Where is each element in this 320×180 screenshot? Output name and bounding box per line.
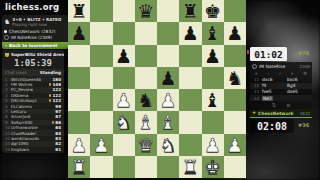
white-pawn: ♟: [93, 134, 110, 156]
move-nav-icon[interactable]: »: [290, 70, 293, 76]
black-bishop: ♝: [204, 22, 221, 44]
standing-row[interactable]: 7Letsuru97: [2, 109, 64, 114]
square-f3[interactable]: [179, 111, 201, 133]
white-bishop: ♝: [137, 111, 154, 133]
white-pawn: ♟: [71, 134, 88, 156]
black-pawn: ♟: [182, 22, 199, 44]
blitz-knight-icon: ♞: [4, 19, 10, 26]
tab-standing[interactable]: Standing: [40, 70, 61, 75]
streak-fire-icon: [52, 121, 55, 124]
trophy-icon: [5, 53, 9, 57]
red-marker: [247, 50, 249, 54]
standing-player: Letsuru: [11, 109, 55, 114]
standing-row[interactable]: 13dgr109082: [2, 141, 64, 146]
black-rook: ♜: [182, 0, 199, 22]
white-color-icon: [4, 30, 7, 33]
square-c8[interactable]: [113, 0, 135, 22]
black-player-line[interactable]: IM NateRise (2309): [4, 35, 66, 40]
square-f8[interactable]: ♜: [179, 0, 201, 22]
square-c7[interactable]: [113, 22, 135, 44]
streamer-star-icon: ★: [252, 111, 256, 115]
tournament-name[interactable]: SuperBlitz Shield Arena: [11, 52, 64, 57]
black-arena-rank: #78: [298, 50, 309, 56]
move-nav-icon[interactable]: ≡: [303, 70, 307, 76]
standing-player: ELCabrero: [11, 104, 55, 109]
black-pawn: ♟: [226, 22, 243, 44]
square-c2[interactable]: [113, 134, 135, 156]
square-h1[interactable]: [224, 156, 246, 178]
square-a7[interactable]: ♟: [68, 22, 90, 44]
lichess-logo[interactable]: lichess.org: [5, 2, 59, 12]
standing-score: 97: [55, 109, 61, 114]
standing-player: DKrishnboyz: [11, 98, 49, 103]
standing-row[interactable]: 11CruelRoader84: [2, 130, 64, 135]
black-bishop: ♝: [204, 89, 221, 111]
move-nav-icon[interactable]: «: [255, 70, 258, 76]
black-knight: ♞: [137, 89, 154, 111]
white-move[interactable]: f4: [261, 83, 286, 88]
square-g4[interactable]: ♝: [202, 89, 224, 111]
action-icons-bar[interactable]: ⇅≡: [250, 102, 312, 109]
standing-row[interactable]: 14Engibaro81: [2, 147, 64, 152]
square-b1[interactable]: [90, 156, 112, 178]
menu-icon[interactable]: ≡: [286, 102, 291, 108]
square-d3[interactable]: ♝: [135, 111, 157, 133]
standing-player: Engibaro: [11, 147, 55, 152]
standing-player: dgr1090: [11, 141, 55, 146]
standing-player: FM Wotrek: [11, 82, 49, 87]
square-d6[interactable]: [135, 45, 157, 67]
move-number: 13: [250, 89, 261, 94]
square-h7[interactable]: ♟: [224, 22, 246, 44]
white-bishop: ♝: [160, 111, 177, 133]
white-king: ♚: [204, 156, 221, 178]
square-b3[interactable]: [90, 111, 112, 133]
standing-player: WitchQueen46: [11, 77, 52, 82]
white-move[interactable]: dxc6: [261, 77, 286, 82]
standing-score: 84: [55, 125, 61, 130]
standing-score: 87: [55, 114, 61, 119]
black-move[interactable]: Bg4: [286, 83, 311, 88]
top-player-name[interactable]: IM NateRise: [259, 64, 298, 69]
move-number: 12: [250, 83, 261, 88]
square-g5[interactable]: [202, 67, 224, 89]
game-meta-box: ♞ 3+0 • BLITZ • RATED Playing right now …: [2, 15, 68, 49]
back-arrow-icon: ‹: [5, 43, 7, 48]
square-a1[interactable]: ♜: [68, 156, 90, 178]
standing-score: 86: [55, 120, 61, 125]
square-d1[interactable]: [135, 156, 157, 178]
move-number: 14: [250, 96, 261, 101]
move-nav-icon[interactable]: ‹: [267, 70, 269, 76]
white-arena-rank: #36: [298, 122, 309, 128]
square-e8[interactable]: [157, 0, 179, 22]
white-queen: ♛: [137, 134, 154, 156]
square-f4[interactable]: [179, 89, 201, 111]
bottom-player-rating: 2832: [300, 111, 310, 116]
top-player-bar[interactable]: IM NateRise 2309: [250, 62, 312, 70]
standings-list: 1WitchQueen461802FM Wotrek1483PC_Review1…: [2, 77, 64, 152]
standing-player: Grfnarworble: [11, 125, 55, 130]
move-list: 11dxc6bxc612f4Bg413fxe5dxe514Ne2: [250, 77, 312, 102]
move-row: 12f4Bg4: [250, 83, 312, 89]
back-to-tournament-button[interactable]: ‹ Back to tournament: [2, 42, 68, 49]
square-c5[interactable]: [113, 67, 135, 89]
white-knight: ♞: [115, 111, 132, 133]
black-pawn: ♟: [160, 67, 177, 89]
standing-row[interactable]: 3PC_Review122: [2, 87, 64, 92]
square-g1[interactable]: ♚: [202, 156, 224, 178]
standing-row[interactable]: 5DKrishnboyz122: [2, 98, 64, 103]
tournament-box: SuperBlitz Shield Arena 1:05:39 Chat roo…: [2, 50, 64, 153]
standing-score: 82: [55, 141, 61, 146]
black-color-icon: [252, 64, 257, 69]
standing-score: 180: [52, 77, 61, 82]
square-b8[interactable]: [90, 0, 112, 22]
square-f6[interactable]: [179, 45, 201, 67]
square-e1[interactable]: [157, 156, 179, 178]
standing-row[interactable]: 12wordstwoulds83: [2, 136, 64, 141]
move-number: 11: [250, 77, 261, 82]
standing-score: 148: [52, 82, 61, 87]
square-c6[interactable]: ♟: [113, 45, 135, 67]
square-b7[interactable]: [90, 22, 112, 44]
square-e7[interactable]: [157, 22, 179, 44]
square-g6[interactable]: ♟: [202, 45, 224, 67]
bottom-player-bar[interactable]: ★ ChessNetwork 2832: [250, 110, 312, 119]
square-d2[interactable]: ♛: [135, 134, 157, 156]
square-h4[interactable]: [224, 89, 246, 111]
standing-player: SoSurr400: [11, 120, 52, 125]
square-c4[interactable]: ♟: [113, 89, 135, 111]
square-c1[interactable]: [113, 156, 135, 178]
black-move[interactable]: dxe5: [286, 89, 311, 94]
square-b5[interactable]: [90, 67, 112, 89]
move-row: 11dxc6bxc6: [250, 77, 312, 83]
square-e5[interactable]: ♟: [157, 67, 179, 89]
white-knight: ♞: [160, 134, 177, 156]
square-e3[interactable]: ♝: [157, 111, 179, 133]
square-g2[interactable]: ♟: [202, 134, 224, 156]
square-a5[interactable]: [68, 67, 90, 89]
square-g3[interactable]: [202, 111, 224, 133]
square-a3[interactable]: [68, 111, 90, 133]
square-d7[interactable]: [135, 22, 157, 44]
white-pawn: ♟: [160, 89, 177, 111]
black-king: ♚: [204, 0, 221, 22]
standing-row[interactable]: 10Grfnarworble84: [2, 125, 64, 130]
standing-row[interactable]: 8SilverJord87: [2, 114, 64, 119]
white-move[interactable]: fxe5: [261, 89, 286, 94]
white-move[interactable]: Ne2: [261, 96, 286, 101]
white-clock: 02:08: [250, 119, 294, 133]
streak-fire-icon: [49, 83, 52, 86]
black-clock: 01:02: [250, 47, 287, 61]
square-e4[interactable]: ♟: [157, 89, 179, 111]
black-color-icon: [4, 35, 9, 40]
square-d8[interactable]: ♛: [135, 0, 157, 22]
white-player-line[interactable]: ChessNetwork (2832): [4, 29, 66, 34]
black-pawn: ♟: [204, 45, 221, 67]
move-nav-icon[interactable]: ›: [279, 70, 281, 76]
bottom-player-name[interactable]: ChessNetwork: [258, 111, 298, 116]
square-a2[interactable]: ♟: [68, 134, 90, 156]
square-h3[interactable]: [224, 111, 246, 133]
standing-score: 99: [55, 104, 61, 109]
standing-player: PC_Review: [11, 87, 52, 92]
standing-row[interactable]: 4DKblena122: [2, 93, 64, 98]
top-player-rating: 2309: [300, 64, 310, 69]
square-f5[interactable]: [179, 67, 201, 89]
black-queen: ♛: [137, 0, 154, 22]
square-e2[interactable]: ♞: [157, 134, 179, 156]
square-a8[interactable]: ♜: [68, 0, 90, 22]
white-pawn: ♟: [115, 89, 132, 111]
square-c3[interactable]: ♞: [113, 111, 135, 133]
square-a4[interactable]: [68, 89, 90, 111]
black-rook: ♜: [71, 0, 88, 22]
white-pawn: ♟: [204, 134, 221, 156]
square-f2[interactable]: [179, 134, 201, 156]
chess-board[interactable]: ♜♛♜♚♟♟♝♟♟♟♟♞♟♞♟♝♞♝♝♟♟♛♞♟♟♜♜♚: [68, 0, 246, 178]
standing-score: 83: [55, 136, 61, 141]
flip-board-icon[interactable]: ⇅: [271, 102, 276, 108]
standing-score: 122: [52, 93, 61, 98]
square-h2[interactable]: ♟: [224, 134, 246, 156]
square-e6[interactable]: [157, 45, 179, 67]
standing-score: 122: [52, 87, 61, 92]
white-rook: ♜: [182, 156, 199, 178]
standing-score: 84: [55, 131, 61, 136]
square-f1[interactable]: ♜: [179, 156, 201, 178]
move-row: 14Ne2: [250, 95, 312, 101]
standing-player: CruelRoader: [11, 131, 55, 136]
standing-row[interactable]: 2FM Wotrek148: [2, 82, 64, 87]
square-a6[interactable]: [68, 45, 90, 67]
streak-fire-icon: [49, 94, 52, 97]
standing-score: 81: [55, 147, 61, 152]
standing-row[interactable]: 1WitchQueen46180: [2, 77, 64, 82]
streak-fire-icon: [49, 99, 52, 102]
square-b6[interactable]: [90, 45, 112, 67]
square-h8[interactable]: [224, 0, 246, 22]
square-h5[interactable]: ♞: [224, 67, 246, 89]
square-b2[interactable]: ♟: [90, 134, 112, 156]
tab-chat-room[interactable]: Chat room: [5, 70, 27, 75]
black-knight: ♞: [226, 67, 243, 89]
black-move[interactable]: bxc6: [286, 77, 311, 82]
standing-row[interactable]: 6ELCabrero99: [2, 103, 64, 108]
square-d5[interactable]: [135, 67, 157, 89]
square-b4[interactable]: [90, 89, 112, 111]
white-rook: ♜: [71, 156, 88, 178]
game-status: Playing right now: [12, 22, 61, 27]
move-row: 13fxe5dxe5: [250, 89, 312, 95]
standing-player: SilverJord: [11, 114, 55, 119]
tournament-countdown: 1:05:39: [2, 58, 64, 68]
black-pawn: ♟: [115, 45, 132, 67]
standing-player: DKblena: [11, 93, 49, 98]
standing-player: wordstwoulds: [11, 136, 55, 141]
square-h6[interactable]: [224, 45, 246, 67]
square-g8[interactable]: ♚: [202, 0, 224, 22]
black-pawn: ♟: [71, 22, 88, 44]
standing-row[interactable]: 9SoSurr40086: [2, 120, 64, 125]
square-g7[interactable]: ♝: [202, 22, 224, 44]
white-pawn: ♟: [226, 134, 243, 156]
square-f7[interactable]: ♟: [179, 22, 201, 44]
square-d4[interactable]: ♞: [135, 89, 157, 111]
standing-score: 122: [52, 98, 61, 103]
